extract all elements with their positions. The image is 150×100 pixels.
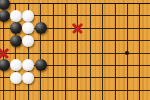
intersection-c7-r2[interactable] bbox=[72, 10, 84, 22]
black-stone bbox=[10, 35, 22, 47]
intersection-c10-r2[interactable] bbox=[109, 10, 121, 22]
white-stone bbox=[22, 22, 34, 34]
black-stone bbox=[0, 0, 10, 10]
intersection-c6-r8[interactable] bbox=[59, 84, 71, 96]
intersection-c1-r4[interactable] bbox=[0, 34, 10, 46]
intersection-c10-r3[interactable] bbox=[109, 22, 121, 34]
intersection-c9-r6[interactable] bbox=[96, 59, 108, 71]
intersection-c7-r6[interactable] bbox=[72, 59, 84, 71]
intersection-c7-r1[interactable] bbox=[72, 0, 84, 10]
intersection-c10-r6[interactable] bbox=[109, 59, 121, 71]
intersection-c3-r8[interactable] bbox=[22, 84, 34, 96]
intersection-c12-r7[interactable] bbox=[134, 72, 146, 84]
intersection-c4-r6[interactable] bbox=[34, 59, 46, 71]
intersection-c3-r6[interactable] bbox=[22, 59, 34, 71]
intersection-c9-r7[interactable] bbox=[96, 72, 108, 84]
intersection-c11-r4[interactable] bbox=[121, 34, 133, 46]
intersection-c1-r6[interactable] bbox=[0, 59, 10, 71]
intersection-c3-r1[interactable] bbox=[22, 0, 34, 10]
intersection-c3-r3[interactable] bbox=[22, 22, 34, 34]
intersection-c2-r8[interactable] bbox=[10, 84, 22, 96]
intersection-c4-r4[interactable] bbox=[34, 34, 46, 46]
intersection-c7-r7[interactable] bbox=[72, 72, 84, 84]
intersection-c1-r1[interactable] bbox=[0, 0, 10, 10]
white-stone bbox=[22, 72, 34, 84]
intersection-c1-r7[interactable] bbox=[0, 72, 10, 84]
intersection-c2-r5[interactable] bbox=[10, 47, 22, 59]
go-board bbox=[0, 0, 150, 100]
intersection-c11-r2[interactable] bbox=[121, 10, 133, 22]
intersection-c1-r8[interactable] bbox=[0, 84, 10, 96]
intersection-c4-r2[interactable] bbox=[34, 10, 46, 22]
intersection-c7-r8[interactable] bbox=[72, 84, 84, 96]
intersection-c1-r2[interactable] bbox=[0, 10, 10, 22]
intersection-c5-r5[interactable] bbox=[47, 47, 59, 59]
intersection-c3-r5[interactable] bbox=[22, 47, 34, 59]
intersection-c5-r1[interactable] bbox=[47, 0, 59, 10]
black-stone bbox=[0, 10, 10, 22]
intersection-c6-r6[interactable] bbox=[59, 59, 71, 71]
intersection-c10-r8[interactable] bbox=[109, 84, 121, 96]
intersection-c12-r3[interactable] bbox=[134, 22, 146, 34]
intersection-c10-r7[interactable] bbox=[109, 72, 121, 84]
intersection-c10-r5[interactable] bbox=[109, 47, 121, 59]
intersection-c3-r2[interactable] bbox=[22, 10, 34, 22]
white-stone bbox=[10, 72, 22, 84]
white-stone bbox=[10, 59, 22, 71]
intersection-c6-r4[interactable] bbox=[59, 34, 71, 46]
intersection-c12-r2[interactable] bbox=[134, 10, 146, 22]
intersection-c2-r2[interactable] bbox=[10, 10, 22, 22]
intersection-c2-r4[interactable] bbox=[10, 34, 22, 46]
intersection-c11-r1[interactable] bbox=[121, 0, 133, 10]
intersection-c1-r5[interactable] bbox=[0, 47, 10, 59]
intersection-c8-r3[interactable] bbox=[84, 22, 96, 34]
intersection-c9-r4[interactable] bbox=[96, 34, 108, 46]
black-stone bbox=[0, 59, 10, 71]
intersection-c8-r2[interactable] bbox=[84, 10, 96, 22]
intersection-c12-r8[interactable] bbox=[134, 84, 146, 96]
intersection-c9-r2[interactable] bbox=[96, 10, 108, 22]
intersection-c6-r3[interactable] bbox=[59, 22, 71, 34]
intersection-c11-r6[interactable] bbox=[121, 59, 133, 71]
intersection-c5-r7[interactable] bbox=[47, 72, 59, 84]
intersection-c4-r3[interactable] bbox=[34, 22, 46, 34]
intersection-c10-r1[interactable] bbox=[109, 0, 121, 10]
intersection-c8-r4[interactable] bbox=[84, 34, 96, 46]
intersection-c5-r2[interactable] bbox=[47, 10, 59, 22]
intersection-c12-r5[interactable] bbox=[134, 47, 146, 59]
white-stone bbox=[22, 10, 34, 22]
intersection-c12-r4[interactable] bbox=[134, 34, 146, 46]
red-x-mark bbox=[71, 22, 84, 35]
intersection-c6-r1[interactable] bbox=[59, 0, 71, 10]
black-stone bbox=[10, 22, 22, 34]
intersection-c5-r8[interactable] bbox=[47, 84, 59, 96]
intersection-c8-r8[interactable] bbox=[84, 84, 96, 96]
intersection-c10-r4[interactable] bbox=[109, 34, 121, 46]
star-point bbox=[125, 51, 129, 55]
intersection-c9-r5[interactable] bbox=[96, 47, 108, 59]
intersection-c5-r4[interactable] bbox=[47, 34, 59, 46]
intersection-c12-r1[interactable] bbox=[134, 0, 146, 10]
intersection-c4-r5[interactable] bbox=[34, 47, 46, 59]
intersection-c7-r5[interactable] bbox=[72, 47, 84, 59]
intersection-c11-r8[interactable] bbox=[121, 84, 133, 96]
intersection-c6-r5[interactable] bbox=[59, 47, 71, 59]
intersection-c5-r3[interactable] bbox=[47, 22, 59, 34]
intersection-c9-r8[interactable] bbox=[96, 84, 108, 96]
intersection-c9-r1[interactable] bbox=[96, 0, 108, 10]
intersection-c3-r4[interactable] bbox=[22, 34, 34, 46]
intersection-c8-r5[interactable] bbox=[84, 47, 96, 59]
intersection-c8-r1[interactable] bbox=[84, 0, 96, 10]
intersection-c11-r5[interactable] bbox=[121, 47, 133, 59]
white-stone bbox=[22, 35, 34, 47]
black-stone bbox=[35, 22, 47, 34]
intersection-c7-r3[interactable] bbox=[72, 22, 84, 34]
white-stone bbox=[22, 59, 34, 71]
intersection-c11-r3[interactable] bbox=[121, 22, 133, 34]
intersection-c2-r1[interactable] bbox=[10, 0, 22, 10]
intersection-c6-r2[interactable] bbox=[59, 10, 71, 22]
black-stone bbox=[35, 59, 47, 71]
intersection-c4-r1[interactable] bbox=[34, 0, 46, 10]
intersection-c3-r7[interactable] bbox=[22, 72, 34, 84]
intersection-c2-r3[interactable] bbox=[10, 22, 22, 34]
intersection-c7-r4[interactable] bbox=[72, 34, 84, 46]
intersection-c8-r7[interactable] bbox=[84, 72, 96, 84]
intersection-c6-r7[interactable] bbox=[59, 72, 71, 84]
goban-grid bbox=[0, 0, 146, 96]
intersection-c2-r6[interactable] bbox=[10, 59, 22, 71]
intersection-c8-r6[interactable] bbox=[84, 59, 96, 71]
intersection-c2-r7[interactable] bbox=[10, 72, 22, 84]
intersection-c12-r6[interactable] bbox=[134, 59, 146, 71]
intersection-c5-r6[interactable] bbox=[47, 59, 59, 71]
intersection-c11-r7[interactable] bbox=[121, 72, 133, 84]
intersection-c4-r8[interactable] bbox=[34, 84, 46, 96]
red-x-mark bbox=[0, 46, 10, 59]
intersection-c9-r3[interactable] bbox=[96, 22, 108, 34]
intersection-c1-r3[interactable] bbox=[0, 22, 10, 34]
intersection-c4-r7[interactable] bbox=[34, 72, 46, 84]
white-stone bbox=[10, 10, 22, 22]
